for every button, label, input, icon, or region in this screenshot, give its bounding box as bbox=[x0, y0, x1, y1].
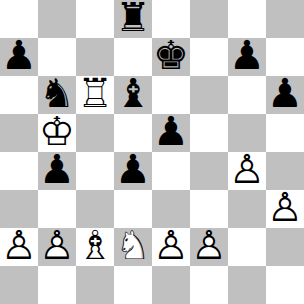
white-pawn-outline: ♙ bbox=[191, 225, 227, 265]
square-b2[interactable]: ♟♙ bbox=[38, 228, 76, 266]
square-b1[interactable] bbox=[38, 266, 76, 304]
piece-black-pawn: ♟ bbox=[228, 38, 266, 76]
square-f1[interactable] bbox=[190, 266, 228, 304]
piece-white-rook: ♜♖ bbox=[76, 76, 114, 114]
piece-white-pawn: ♟♙ bbox=[152, 228, 190, 266]
square-f7[interactable] bbox=[190, 38, 228, 76]
square-e4[interactable] bbox=[152, 152, 190, 190]
piece-white-pawn: ♟♙ bbox=[190, 228, 228, 266]
piece-white-pawn: ♟♙ bbox=[228, 152, 266, 190]
white-pawn-outline: ♙ bbox=[153, 225, 189, 265]
square-d2[interactable]: ♞♘ bbox=[114, 228, 152, 266]
piece-white-bishop: ♝♗ bbox=[76, 228, 114, 266]
white-pawn-outline: ♙ bbox=[267, 187, 303, 227]
square-d8[interactable]: ♜ bbox=[114, 0, 152, 38]
chess-board: ♜♟♚♟♞♜♖♝♟♚♔♟♟♟♟♙♟♙♟♙♟♙♝♗♞♘♟♙♟♙ bbox=[0, 0, 304, 304]
black-knight-glyph: ♞ bbox=[39, 73, 75, 113]
square-b8[interactable] bbox=[38, 0, 76, 38]
white-rook-outline: ♖ bbox=[77, 73, 113, 113]
square-d1[interactable] bbox=[114, 266, 152, 304]
square-a7[interactable]: ♟ bbox=[0, 38, 38, 76]
square-h3[interactable]: ♟♙ bbox=[266, 190, 304, 228]
piece-white-pawn: ♟♙ bbox=[266, 190, 304, 228]
piece-black-pawn: ♟ bbox=[152, 114, 190, 152]
white-bishop-outline: ♗ bbox=[77, 225, 113, 265]
white-pawn-outline: ♙ bbox=[1, 225, 37, 265]
square-f4[interactable] bbox=[190, 152, 228, 190]
square-f8[interactable] bbox=[190, 0, 228, 38]
square-c6[interactable]: ♜♖ bbox=[76, 76, 114, 114]
square-c5[interactable] bbox=[76, 114, 114, 152]
black-pawn-glyph: ♟ bbox=[229, 35, 265, 75]
square-h8[interactable] bbox=[266, 0, 304, 38]
square-e7[interactable]: ♚ bbox=[152, 38, 190, 76]
square-h5[interactable] bbox=[266, 114, 304, 152]
square-c1[interactable] bbox=[76, 266, 114, 304]
square-c4[interactable] bbox=[76, 152, 114, 190]
square-e5[interactable]: ♟ bbox=[152, 114, 190, 152]
square-h2[interactable] bbox=[266, 228, 304, 266]
black-pawn-glyph: ♟ bbox=[153, 111, 189, 151]
black-king-glyph: ♚ bbox=[153, 35, 189, 75]
square-g1[interactable] bbox=[228, 266, 266, 304]
piece-white-pawn: ♟♙ bbox=[38, 228, 76, 266]
square-b4[interactable]: ♟ bbox=[38, 152, 76, 190]
square-f6[interactable] bbox=[190, 76, 228, 114]
piece-black-pawn: ♟ bbox=[114, 152, 152, 190]
square-c8[interactable] bbox=[76, 0, 114, 38]
square-f5[interactable] bbox=[190, 114, 228, 152]
square-g3[interactable] bbox=[228, 190, 266, 228]
black-bishop-glyph: ♝ bbox=[115, 73, 151, 113]
square-a2[interactable]: ♟♙ bbox=[0, 228, 38, 266]
square-c2[interactable]: ♝♗ bbox=[76, 228, 114, 266]
piece-black-pawn: ♟ bbox=[266, 76, 304, 114]
white-knight-outline: ♘ bbox=[115, 225, 151, 265]
piece-black-rook: ♜ bbox=[114, 0, 152, 38]
piece-black-king: ♚ bbox=[152, 38, 190, 76]
square-g7[interactable]: ♟ bbox=[228, 38, 266, 76]
black-pawn-glyph: ♟ bbox=[267, 73, 303, 113]
white-king-outline: ♔ bbox=[39, 111, 75, 151]
black-pawn-glyph: ♟ bbox=[1, 35, 37, 75]
square-d6[interactable]: ♝ bbox=[114, 76, 152, 114]
piece-white-knight: ♞♘ bbox=[114, 228, 152, 266]
piece-white-pawn: ♟♙ bbox=[0, 228, 38, 266]
square-g4[interactable]: ♟♙ bbox=[228, 152, 266, 190]
square-f2[interactable]: ♟♙ bbox=[190, 228, 228, 266]
black-rook-glyph: ♜ bbox=[115, 0, 151, 37]
square-g2[interactable] bbox=[228, 228, 266, 266]
piece-black-pawn: ♟ bbox=[38, 152, 76, 190]
white-pawn-outline: ♙ bbox=[39, 225, 75, 265]
piece-black-bishop: ♝ bbox=[114, 76, 152, 114]
square-h6[interactable]: ♟ bbox=[266, 76, 304, 114]
square-g6[interactable] bbox=[228, 76, 266, 114]
square-d4[interactable]: ♟ bbox=[114, 152, 152, 190]
square-a5[interactable] bbox=[0, 114, 38, 152]
square-e1[interactable] bbox=[152, 266, 190, 304]
square-a6[interactable] bbox=[0, 76, 38, 114]
black-pawn-glyph: ♟ bbox=[115, 149, 151, 189]
white-pawn-outline: ♙ bbox=[229, 149, 265, 189]
piece-black-pawn: ♟ bbox=[0, 38, 38, 76]
black-pawn-glyph: ♟ bbox=[39, 149, 75, 189]
square-h1[interactable] bbox=[266, 266, 304, 304]
square-a1[interactable] bbox=[0, 266, 38, 304]
square-e2[interactable]: ♟♙ bbox=[152, 228, 190, 266]
square-a4[interactable] bbox=[0, 152, 38, 190]
